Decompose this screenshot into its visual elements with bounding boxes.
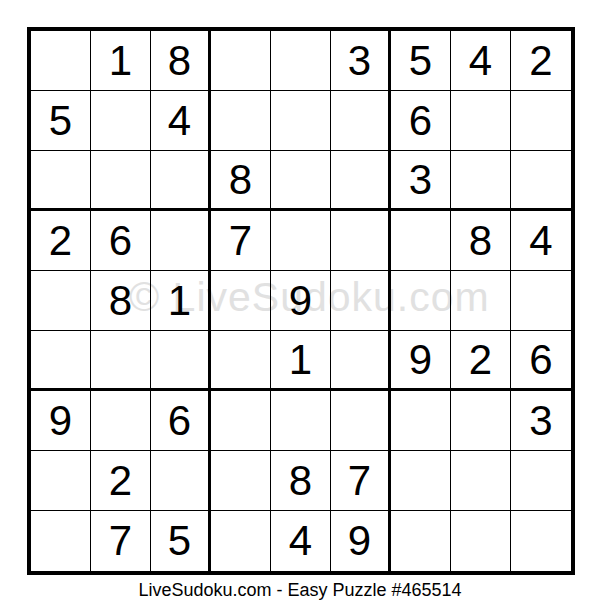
cell-r8c4[interactable] [211, 451, 271, 511]
cell-r9c7[interactable] [391, 511, 451, 571]
cell-r8c5[interactable]: 8 [271, 451, 331, 511]
cell-r5c8[interactable] [451, 271, 511, 331]
cell-r3c7[interactable]: 3 [391, 151, 451, 211]
cell-r9c8[interactable] [451, 511, 511, 571]
cell-r1c8[interactable]: 4 [451, 31, 511, 91]
cell-r3c9[interactable] [511, 151, 571, 211]
cell-r8c6[interactable]: 7 [331, 451, 391, 511]
cell-r2c3[interactable]: 4 [151, 91, 211, 151]
cell-r6c3[interactable] [151, 331, 211, 391]
cell-r1c7[interactable]: 5 [391, 31, 451, 91]
cell-r5c1[interactable] [31, 271, 91, 331]
cell-r6c8[interactable]: 2 [451, 331, 511, 391]
cell-r6c5[interactable]: 1 [271, 331, 331, 391]
cell-r2c6[interactable] [331, 91, 391, 151]
cell-r5c5[interactable]: 9 [271, 271, 331, 331]
cell-r3c2[interactable] [91, 151, 151, 211]
cell-r5c7[interactable] [391, 271, 451, 331]
cell-r4c8[interactable]: 8 [451, 211, 511, 271]
cell-r9c6[interactable]: 9 [331, 511, 391, 571]
cell-r4c6[interactable] [331, 211, 391, 271]
cell-r9c4[interactable] [211, 511, 271, 571]
cell-r1c9[interactable]: 2 [511, 31, 571, 91]
cell-r3c5[interactable] [271, 151, 331, 211]
cell-r8c8[interactable] [451, 451, 511, 511]
cell-r6c7[interactable]: 9 [391, 331, 451, 391]
cell-r3c4[interactable]: 8 [211, 151, 271, 211]
cell-r7c4[interactable] [211, 391, 271, 451]
cell-r3c3[interactable] [151, 151, 211, 211]
cell-r2c9[interactable] [511, 91, 571, 151]
cell-r8c2[interactable]: 2 [91, 451, 151, 511]
cell-r1c5[interactable] [271, 31, 331, 91]
cell-r5c4[interactable] [211, 271, 271, 331]
cell-r2c4[interactable] [211, 91, 271, 151]
cell-r6c6[interactable] [331, 331, 391, 391]
sudoku-board: 183542546832678481919269632877549 [27, 27, 575, 575]
cell-r4c9[interactable]: 4 [511, 211, 571, 271]
cell-r2c1[interactable]: 5 [31, 91, 91, 151]
cell-r3c1[interactable] [31, 151, 91, 211]
cell-r3c8[interactable] [451, 151, 511, 211]
cell-r9c9[interactable] [511, 511, 571, 571]
cell-r4c7[interactable] [391, 211, 451, 271]
cell-r5c2[interactable]: 8 [91, 271, 151, 331]
cell-r7c2[interactable] [91, 391, 151, 451]
cell-r7c8[interactable] [451, 391, 511, 451]
cell-r7c5[interactable] [271, 391, 331, 451]
cell-r3c6[interactable] [331, 151, 391, 211]
cell-r1c4[interactable] [211, 31, 271, 91]
cell-r6c4[interactable] [211, 331, 271, 391]
cell-r4c2[interactable]: 6 [91, 211, 151, 271]
cell-r9c1[interactable] [31, 511, 91, 571]
cell-r5c6[interactable] [331, 271, 391, 331]
cell-r4c3[interactable] [151, 211, 211, 271]
cell-r1c6[interactable]: 3 [331, 31, 391, 91]
cell-r2c7[interactable]: 6 [391, 91, 451, 151]
cell-r8c7[interactable] [391, 451, 451, 511]
cell-r9c2[interactable]: 7 [91, 511, 151, 571]
cell-r1c2[interactable]: 1 [91, 31, 151, 91]
cell-r4c5[interactable] [271, 211, 331, 271]
cell-r4c1[interactable]: 2 [31, 211, 91, 271]
cell-r7c6[interactable] [331, 391, 391, 451]
cell-r7c9[interactable]: 3 [511, 391, 571, 451]
cell-r7c7[interactable] [391, 391, 451, 451]
cell-r1c1[interactable] [31, 31, 91, 91]
cell-r2c5[interactable] [271, 91, 331, 151]
puzzle-caption: LiveSudoku.com - Easy Puzzle #465514 [0, 580, 600, 601]
cell-r7c3[interactable]: 6 [151, 391, 211, 451]
cell-r6c1[interactable] [31, 331, 91, 391]
cell-r9c5[interactable]: 4 [271, 511, 331, 571]
cell-r8c3[interactable] [151, 451, 211, 511]
cell-r8c9[interactable] [511, 451, 571, 511]
sudoku-board-area: © LiveSudoku.com 18354254683267848191926… [27, 27, 575, 575]
cell-r1c3[interactable]: 8 [151, 31, 211, 91]
sudoku-page: © LiveSudoku.com 18354254683267848191926… [0, 0, 600, 615]
cell-r5c3[interactable]: 1 [151, 271, 211, 331]
cell-r5c9[interactable] [511, 271, 571, 331]
cell-r2c8[interactable] [451, 91, 511, 151]
cell-r6c2[interactable] [91, 331, 151, 391]
cell-r9c3[interactable]: 5 [151, 511, 211, 571]
cell-r2c2[interactable] [91, 91, 151, 151]
cell-r7c1[interactable]: 9 [31, 391, 91, 451]
cell-r6c9[interactable]: 6 [511, 331, 571, 391]
cell-r8c1[interactable] [31, 451, 91, 511]
cell-r4c4[interactable]: 7 [211, 211, 271, 271]
